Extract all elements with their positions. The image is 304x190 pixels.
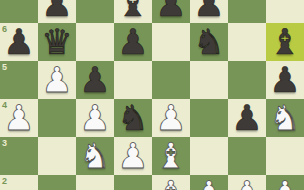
- square-f5[interactable]: [190, 61, 228, 99]
- square-g7[interactable]: [228, 0, 266, 23]
- square-g2[interactable]: ♟: [228, 175, 266, 190]
- piece-black-knight-f6[interactable]: ♞: [190, 23, 228, 61]
- square-b6[interactable]: ♛: [38, 23, 76, 61]
- square-e5[interactable]: [152, 61, 190, 99]
- piece-white-pawn-c4[interactable]: ♟: [76, 99, 114, 137]
- square-e3[interactable]: ♝: [152, 137, 190, 175]
- square-a3[interactable]: 3: [0, 137, 38, 175]
- square-a5[interactable]: 5: [0, 61, 38, 99]
- piece-black-pawn-c5[interactable]: ♟: [76, 61, 114, 99]
- square-c2[interactable]: [76, 175, 114, 190]
- square-h6[interactable]: ♝: [266, 23, 304, 61]
- square-b7[interactable]: ♟: [38, 0, 76, 23]
- square-h2[interactable]: ♟: [266, 175, 304, 190]
- square-b2[interactable]: [38, 175, 76, 190]
- chess-board-viewport: 87♟♝♟♟6♟♛♟♞♝5♟♟♟4♟♟♞♟♟♞3♞♟♝2♝♟♟♟1: [0, 0, 304, 190]
- square-b4[interactable]: [38, 99, 76, 137]
- square-b5[interactable]: ♟: [38, 61, 76, 99]
- square-f7[interactable]: ♟: [190, 0, 228, 23]
- square-g3[interactable]: [228, 137, 266, 175]
- piece-black-pawn-b7[interactable]: ♟: [38, 0, 76, 23]
- rank-label-3: 3: [2, 138, 7, 148]
- square-c3[interactable]: ♞: [76, 137, 114, 175]
- square-a4[interactable]: 4♟: [0, 99, 38, 137]
- square-h4[interactable]: ♞: [266, 99, 304, 137]
- square-h3[interactable]: [266, 137, 304, 175]
- piece-white-knight-c3[interactable]: ♞: [76, 137, 114, 175]
- square-d6[interactable]: ♟: [114, 23, 152, 61]
- square-g6[interactable]: [228, 23, 266, 61]
- piece-black-pawn-h5[interactable]: ♟: [266, 61, 304, 99]
- square-a7[interactable]: 7: [0, 0, 38, 23]
- piece-white-bishop-e3[interactable]: ♝: [152, 137, 190, 175]
- square-d4[interactable]: ♞: [114, 99, 152, 137]
- rank-label-2: 2: [2, 176, 7, 186]
- square-e4[interactable]: ♟: [152, 99, 190, 137]
- square-d2[interactable]: [114, 175, 152, 190]
- square-f6[interactable]: ♞: [190, 23, 228, 61]
- square-h7[interactable]: [266, 0, 304, 23]
- piece-white-pawn-b5[interactable]: ♟: [38, 61, 76, 99]
- square-d5[interactable]: [114, 61, 152, 99]
- piece-black-pawn-d6[interactable]: ♟: [114, 23, 152, 61]
- square-d7[interactable]: ♝: [114, 0, 152, 23]
- rank-label-5: 5: [2, 62, 7, 72]
- piece-white-bishop-e2[interactable]: ♝: [152, 175, 190, 190]
- square-g4[interactable]: ♟: [228, 99, 266, 137]
- piece-white-pawn-e4[interactable]: ♟: [152, 99, 190, 137]
- square-d3[interactable]: ♟: [114, 137, 152, 175]
- piece-black-pawn-f7[interactable]: ♟: [190, 0, 228, 23]
- piece-black-pawn-e7[interactable]: ♟: [152, 0, 190, 23]
- square-f3[interactable]: [190, 137, 228, 175]
- square-c4[interactable]: ♟: [76, 99, 114, 137]
- square-f2[interactable]: ♟: [190, 175, 228, 190]
- piece-white-pawn-d3[interactable]: ♟: [114, 137, 152, 175]
- piece-white-knight-h4[interactable]: ♞: [266, 99, 304, 137]
- square-e2[interactable]: ♝: [152, 175, 190, 190]
- square-c5[interactable]: ♟: [76, 61, 114, 99]
- piece-black-knight-d4[interactable]: ♞: [114, 99, 152, 137]
- piece-white-pawn-a4[interactable]: ♟: [0, 99, 38, 137]
- piece-white-pawn-g2[interactable]: ♟: [228, 175, 266, 190]
- square-g5[interactable]: [228, 61, 266, 99]
- square-h5[interactable]: ♟: [266, 61, 304, 99]
- piece-white-pawn-f2[interactable]: ♟: [190, 175, 228, 190]
- square-a6[interactable]: 6♟: [0, 23, 38, 61]
- piece-black-bishop-d7[interactable]: ♝: [114, 0, 152, 23]
- piece-black-queen-b6[interactable]: ♛: [38, 23, 76, 61]
- square-c7[interactable]: [76, 0, 114, 23]
- piece-black-pawn-g4[interactable]: ♟: [228, 99, 266, 137]
- square-a2[interactable]: 2: [0, 175, 38, 190]
- piece-white-pawn-h2[interactable]: ♟: [266, 175, 304, 190]
- square-c6[interactable]: [76, 23, 114, 61]
- square-f4[interactable]: [190, 99, 228, 137]
- piece-black-pawn-a6[interactable]: ♟: [0, 23, 38, 61]
- square-e6[interactable]: [152, 23, 190, 61]
- piece-black-bishop-h6[interactable]: ♝: [266, 23, 304, 61]
- square-b3[interactable]: [38, 137, 76, 175]
- square-e7[interactable]: ♟: [152, 0, 190, 23]
- chess-board[interactable]: 87♟♝♟♟6♟♛♟♞♝5♟♟♟4♟♟♞♟♟♞3♞♟♝2♝♟♟♟1: [0, 0, 304, 190]
